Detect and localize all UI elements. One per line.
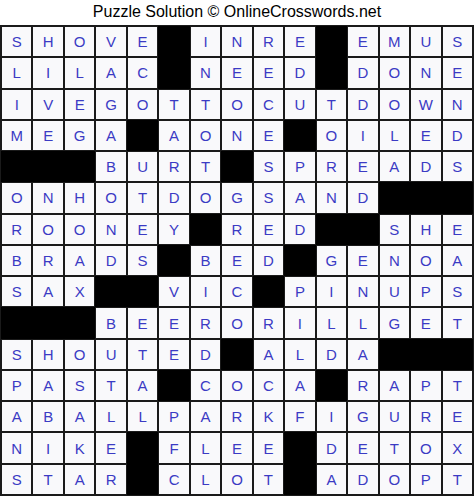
letter-cell-r9c3: X bbox=[64, 276, 95, 307]
letter-cell-r14c12: E bbox=[347, 432, 378, 463]
letter-cell-r14c6: F bbox=[158, 432, 189, 463]
letter-cell-r9c10: P bbox=[284, 276, 315, 307]
letter-cell-r14c9: E bbox=[253, 432, 284, 463]
letter-cell-r5c15: S bbox=[442, 151, 473, 182]
letter-cell-r12c3: S bbox=[64, 370, 95, 401]
letter-cell-r14c8: E bbox=[221, 432, 252, 463]
letter-cell-r5c7: T bbox=[190, 151, 221, 182]
black-cell-r14c10 bbox=[284, 432, 315, 463]
letter-cell-r8c9: D bbox=[253, 245, 284, 276]
letter-cell-r2c15: E bbox=[442, 57, 473, 88]
black-cell-r6c14 bbox=[410, 182, 441, 213]
letter-cell-r13c13: U bbox=[379, 401, 410, 432]
letter-cell-r3c4: G bbox=[95, 89, 126, 120]
letter-cell-r11c7: D bbox=[190, 339, 221, 370]
black-cell-r9c4 bbox=[95, 276, 126, 307]
letter-cell-r13c5: L bbox=[127, 401, 158, 432]
letter-cell-r4c7: O bbox=[190, 120, 221, 151]
letter-cell-r13c4: L bbox=[95, 401, 126, 432]
letter-cell-r1c10: E bbox=[284, 26, 315, 57]
letter-cell-r6c8: G bbox=[221, 182, 252, 213]
letter-cell-r5c5: U bbox=[127, 151, 158, 182]
letter-cell-r12c7: C bbox=[190, 370, 221, 401]
letter-cell-r3c2: V bbox=[32, 89, 63, 120]
letter-cell-r14c7: L bbox=[190, 432, 221, 463]
letter-cell-r8c12: E bbox=[347, 245, 378, 276]
letter-cell-r11c12: A bbox=[347, 339, 378, 370]
letter-cell-r10c13: G bbox=[379, 307, 410, 338]
black-cell-r7c12 bbox=[347, 214, 378, 245]
letter-cell-r9c2: A bbox=[32, 276, 63, 307]
letter-cell-r11c6: E bbox=[158, 339, 189, 370]
letter-cell-r15c2: T bbox=[32, 464, 63, 495]
letter-cell-r8c11: G bbox=[316, 245, 347, 276]
letter-cell-r1c13: M bbox=[379, 26, 410, 57]
letter-cell-r8c2: R bbox=[32, 245, 63, 276]
letter-cell-r14c1: N bbox=[1, 432, 32, 463]
letter-cell-r13c14: R bbox=[410, 401, 441, 432]
letter-cell-r3c3: E bbox=[64, 89, 95, 120]
letter-cell-r3c1: I bbox=[1, 89, 32, 120]
letter-cell-r4c14: E bbox=[410, 120, 441, 151]
letter-cell-r2c10: D bbox=[284, 57, 315, 88]
letter-cell-r15c12: D bbox=[347, 464, 378, 495]
letter-cell-r11c5: T bbox=[127, 339, 158, 370]
letter-cell-r8c13: N bbox=[379, 245, 410, 276]
letter-cell-r4c11: O bbox=[316, 120, 347, 151]
letter-cell-r4c15: D bbox=[442, 120, 473, 151]
letter-cell-r1c15: S bbox=[442, 26, 473, 57]
letter-cell-r15c8: O bbox=[221, 464, 252, 495]
letter-cell-r12c9: C bbox=[253, 370, 284, 401]
letter-cell-r6c7: O bbox=[190, 182, 221, 213]
letter-cell-r12c15: T bbox=[442, 370, 473, 401]
letter-cell-r6c3: H bbox=[64, 182, 95, 213]
letter-cell-r8c5: S bbox=[127, 245, 158, 276]
letter-cell-r10c11: L bbox=[316, 307, 347, 338]
letter-cell-r8c7: B bbox=[190, 245, 221, 276]
letter-cell-r4c1: M bbox=[1, 120, 32, 151]
letter-cell-r15c3: A bbox=[64, 464, 95, 495]
letter-cell-r2c8: E bbox=[221, 57, 252, 88]
letter-cell-r3c5: O bbox=[127, 89, 158, 120]
letter-cell-r8c1: B bbox=[1, 245, 32, 276]
letter-cell-r3c11: T bbox=[316, 89, 347, 120]
letter-cell-r10c12: L bbox=[347, 307, 378, 338]
letter-cell-r7c13: S bbox=[379, 214, 410, 245]
letter-cell-r8c14: O bbox=[410, 245, 441, 276]
letter-cell-r10c8: O bbox=[221, 307, 252, 338]
letter-cell-r3c13: O bbox=[379, 89, 410, 120]
letter-cell-r10c7: R bbox=[190, 307, 221, 338]
black-cell-r10c2 bbox=[32, 307, 63, 338]
letter-cell-r3c6: T bbox=[158, 89, 189, 120]
letter-cell-r1c3: O bbox=[64, 26, 95, 57]
black-cell-r12c6 bbox=[158, 370, 189, 401]
letter-cell-r12c5: A bbox=[127, 370, 158, 401]
letter-cell-r7c3: O bbox=[64, 214, 95, 245]
letter-cell-r3c15: N bbox=[442, 89, 473, 120]
letter-cell-r12c2: A bbox=[32, 370, 63, 401]
letter-cell-r15c6: C bbox=[158, 464, 189, 495]
black-cell-r9c5 bbox=[127, 276, 158, 307]
crossword-grid: SHOVEINREEMUSLILACNEEDDONEIVEGOTTOCUTDOW… bbox=[0, 25, 474, 496]
black-cell-r7c11 bbox=[316, 214, 347, 245]
letter-cell-r4c3: G bbox=[64, 120, 95, 151]
letter-cell-r15c4: R bbox=[95, 464, 126, 495]
black-cell-r9c9 bbox=[253, 276, 284, 307]
letter-cell-r3c9: C bbox=[253, 89, 284, 120]
letter-cell-r6c4: O bbox=[95, 182, 126, 213]
black-cell-r5c2 bbox=[32, 151, 63, 182]
letter-cell-r12c14: P bbox=[410, 370, 441, 401]
letter-cell-r6c5: T bbox=[127, 182, 158, 213]
letter-cell-r2c9: E bbox=[253, 57, 284, 88]
black-cell-r15c5 bbox=[127, 464, 158, 495]
letter-cell-r11c3: O bbox=[64, 339, 95, 370]
black-cell-r5c1 bbox=[1, 151, 32, 182]
letter-cell-r13c3: A bbox=[64, 401, 95, 432]
black-cell-r2c6 bbox=[158, 57, 189, 88]
letter-cell-r13c2: B bbox=[32, 401, 63, 432]
black-cell-r4c5 bbox=[127, 120, 158, 151]
letter-cell-r6c6: D bbox=[158, 182, 189, 213]
letter-cell-r15c1: S bbox=[1, 464, 32, 495]
black-cell-r8c6 bbox=[158, 245, 189, 276]
letter-cell-r14c13: T bbox=[379, 432, 410, 463]
letter-cell-r6c12: D bbox=[347, 182, 378, 213]
letter-cell-r12c12: R bbox=[347, 370, 378, 401]
letter-cell-r7c1: R bbox=[1, 214, 32, 245]
letter-cell-r7c6: Y bbox=[158, 214, 189, 245]
letter-cell-r7c5: E bbox=[127, 214, 158, 245]
letter-cell-r14c3: K bbox=[64, 432, 95, 463]
letter-cell-r4c4: A bbox=[95, 120, 126, 151]
letter-cell-r9c13: U bbox=[379, 276, 410, 307]
letter-cell-r6c9: S bbox=[253, 182, 284, 213]
black-cell-r12c11 bbox=[316, 370, 347, 401]
black-cell-r15c10 bbox=[284, 464, 315, 495]
letter-cell-r2c3: L bbox=[64, 57, 95, 88]
letter-cell-r3c12: D bbox=[347, 89, 378, 120]
letter-cell-r5c13: A bbox=[379, 151, 410, 182]
letter-cell-r5c11: R bbox=[316, 151, 347, 182]
letter-cell-r11c9: A bbox=[253, 339, 284, 370]
black-cell-r14c5 bbox=[127, 432, 158, 463]
letter-cell-r11c2: H bbox=[32, 339, 63, 370]
letter-cell-r2c2: I bbox=[32, 57, 63, 88]
letter-cell-r13c1: A bbox=[1, 401, 32, 432]
black-cell-r5c3 bbox=[64, 151, 95, 182]
letter-cell-r11c11: D bbox=[316, 339, 347, 370]
letter-cell-r13c10: F bbox=[284, 401, 315, 432]
letter-cell-r13c12: G bbox=[347, 401, 378, 432]
letter-cell-r3c14: W bbox=[410, 89, 441, 120]
letter-cell-r2c12: D bbox=[347, 57, 378, 88]
black-cell-r2c11 bbox=[316, 57, 347, 88]
black-cell-r11c14 bbox=[410, 339, 441, 370]
letter-cell-r5c6: R bbox=[158, 151, 189, 182]
letter-cell-r3c8: O bbox=[221, 89, 252, 120]
letter-cell-r9c8: C bbox=[221, 276, 252, 307]
letter-cell-r15c14: P bbox=[410, 464, 441, 495]
letter-cell-r3c10: U bbox=[284, 89, 315, 120]
letter-cell-r9c15: S bbox=[442, 276, 473, 307]
letter-cell-r1c7: I bbox=[190, 26, 221, 57]
letter-cell-r11c4: U bbox=[95, 339, 126, 370]
letter-cell-r13c15: E bbox=[442, 401, 473, 432]
letter-cell-r15c9: T bbox=[253, 464, 284, 495]
letter-cell-r2c1: L bbox=[1, 57, 32, 88]
black-cell-r10c1 bbox=[1, 307, 32, 338]
black-cell-r5c8 bbox=[221, 151, 252, 182]
letter-cell-r2c5: C bbox=[127, 57, 158, 88]
black-cell-r8c10 bbox=[284, 245, 315, 276]
letter-cell-r12c13: A bbox=[379, 370, 410, 401]
black-cell-r11c13 bbox=[379, 339, 410, 370]
letter-cell-r9c1: S bbox=[1, 276, 32, 307]
letter-cell-r2c14: N bbox=[410, 57, 441, 88]
letter-cell-r7c15: E bbox=[442, 214, 473, 245]
letter-cell-r5c12: E bbox=[347, 151, 378, 182]
letter-cell-r14c11: D bbox=[316, 432, 347, 463]
page-title: Puzzle Solution © OnlineCrosswords.net bbox=[0, 0, 474, 25]
letter-cell-r4c12: I bbox=[347, 120, 378, 151]
letter-cell-r10c15: T bbox=[442, 307, 473, 338]
letter-cell-r13c7: A bbox=[190, 401, 221, 432]
letter-cell-r12c10: A bbox=[284, 370, 315, 401]
letter-cell-r1c14: U bbox=[410, 26, 441, 57]
letter-cell-r9c7: I bbox=[190, 276, 221, 307]
letter-cell-r12c8: O bbox=[221, 370, 252, 401]
black-cell-r6c15 bbox=[442, 182, 473, 213]
letter-cell-r5c10: P bbox=[284, 151, 315, 182]
letter-cell-r15c7: L bbox=[190, 464, 221, 495]
black-cell-r11c15 bbox=[442, 339, 473, 370]
letter-cell-r9c6: V bbox=[158, 276, 189, 307]
letter-cell-r10c6: E bbox=[158, 307, 189, 338]
letter-cell-r2c13: O bbox=[379, 57, 410, 88]
letter-cell-r6c2: N bbox=[32, 182, 63, 213]
letter-cell-r7c2: O bbox=[32, 214, 63, 245]
letter-cell-r6c11: N bbox=[316, 182, 347, 213]
letter-cell-r6c1: O bbox=[1, 182, 32, 213]
letter-cell-r1c2: H bbox=[32, 26, 63, 57]
letter-cell-r13c6: P bbox=[158, 401, 189, 432]
black-cell-r7c7 bbox=[190, 214, 221, 245]
letter-cell-r1c8: N bbox=[221, 26, 252, 57]
black-cell-r1c11 bbox=[316, 26, 347, 57]
letter-cell-r8c15: A bbox=[442, 245, 473, 276]
letter-cell-r10c14: E bbox=[410, 307, 441, 338]
letter-cell-r14c14: O bbox=[410, 432, 441, 463]
letter-cell-r7c4: N bbox=[95, 214, 126, 245]
letter-cell-r4c8: N bbox=[221, 120, 252, 151]
letter-cell-r7c10: D bbox=[284, 214, 315, 245]
letter-cell-r15c11: A bbox=[316, 464, 347, 495]
letter-cell-r10c10: I bbox=[284, 307, 315, 338]
letter-cell-r13c9: K bbox=[253, 401, 284, 432]
letter-cell-r8c4: D bbox=[95, 245, 126, 276]
letter-cell-r5c9: S bbox=[253, 151, 284, 182]
letter-cell-r7c9: E bbox=[253, 214, 284, 245]
letter-cell-r4c6: A bbox=[158, 120, 189, 151]
letter-cell-r9c14: P bbox=[410, 276, 441, 307]
black-cell-r11c8 bbox=[221, 339, 252, 370]
black-cell-r6c13 bbox=[379, 182, 410, 213]
letter-cell-r10c5: E bbox=[127, 307, 158, 338]
letter-cell-r3c7: T bbox=[190, 89, 221, 120]
letter-cell-r1c9: R bbox=[253, 26, 284, 57]
letter-cell-r1c4: V bbox=[95, 26, 126, 57]
letter-cell-r1c1: S bbox=[1, 26, 32, 57]
letter-cell-r2c7: N bbox=[190, 57, 221, 88]
letter-cell-r14c2: I bbox=[32, 432, 63, 463]
letter-cell-r9c11: I bbox=[316, 276, 347, 307]
letter-cell-r11c10: L bbox=[284, 339, 315, 370]
letter-cell-r8c3: A bbox=[64, 245, 95, 276]
letter-cell-r4c2: E bbox=[32, 120, 63, 151]
letter-cell-r10c4: B bbox=[95, 307, 126, 338]
letter-cell-r13c11: I bbox=[316, 401, 347, 432]
black-cell-r10c3 bbox=[64, 307, 95, 338]
letter-cell-r8c8: E bbox=[221, 245, 252, 276]
letter-cell-r15c13: O bbox=[379, 464, 410, 495]
letter-cell-r12c4: T bbox=[95, 370, 126, 401]
black-cell-r4c10 bbox=[284, 120, 315, 151]
letter-cell-r12c1: P bbox=[1, 370, 32, 401]
letter-cell-r6c10: A bbox=[284, 182, 315, 213]
letter-cell-r13c8: R bbox=[221, 401, 252, 432]
letter-cell-r1c12: E bbox=[347, 26, 378, 57]
letter-cell-r10c9: R bbox=[253, 307, 284, 338]
letter-cell-r7c14: H bbox=[410, 214, 441, 245]
letter-cell-r4c13: L bbox=[379, 120, 410, 151]
letter-cell-r5c4: B bbox=[95, 151, 126, 182]
letter-cell-r5c14: D bbox=[410, 151, 441, 182]
letter-cell-r4c9: E bbox=[253, 120, 284, 151]
letter-cell-r14c4: E bbox=[95, 432, 126, 463]
letter-cell-r7c8: R bbox=[221, 214, 252, 245]
letter-cell-r1c5: E bbox=[127, 26, 158, 57]
letter-cell-r2c4: A bbox=[95, 57, 126, 88]
letter-cell-r15c15: T bbox=[442, 464, 473, 495]
letter-cell-r14c15: X bbox=[442, 432, 473, 463]
letter-cell-r9c12: N bbox=[347, 276, 378, 307]
black-cell-r1c6 bbox=[158, 26, 189, 57]
letter-cell-r11c1: S bbox=[1, 339, 32, 370]
